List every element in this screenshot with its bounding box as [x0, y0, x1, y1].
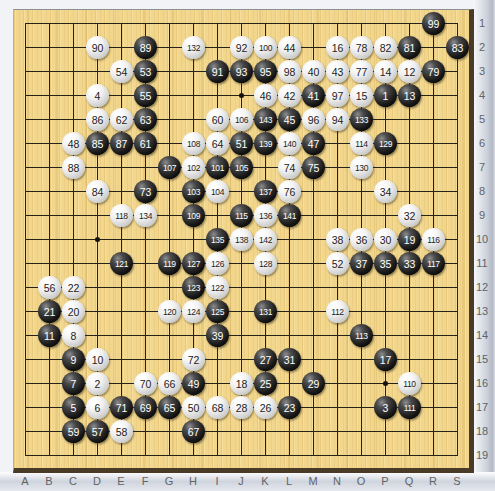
stone-white-90: 90 — [86, 36, 109, 59]
stone-white-118: 118 — [110, 204, 133, 227]
column-label-J: J — [232, 474, 250, 488]
stone-white-122: 122 — [206, 276, 229, 299]
stone-white-52: 52 — [326, 252, 349, 275]
stone-black-67: 67 — [182, 420, 205, 443]
stone-white-104: 104 — [206, 180, 229, 203]
stone-white-44: 44 — [278, 36, 301, 59]
star-point — [239, 93, 244, 98]
stone-black-127: 127 — [182, 252, 205, 275]
column-label-E: E — [112, 474, 130, 488]
stone-white-88: 88 — [62, 156, 85, 179]
stone-white-77: 77 — [350, 60, 373, 83]
stone-white-32: 32 — [398, 204, 421, 227]
row-label-15: 15 — [471, 352, 493, 366]
stone-white-116: 116 — [422, 228, 445, 251]
stone-black-49: 49 — [182, 372, 205, 395]
stone-black-95: 95 — [254, 60, 277, 83]
stone-white-36: 36 — [350, 228, 373, 251]
stone-black-85: 85 — [86, 132, 109, 155]
stone-black-21: 21 — [38, 300, 61, 323]
stone-white-142: 142 — [254, 228, 277, 251]
stone-white-54: 54 — [110, 60, 133, 83]
row-label-16: 16 — [471, 376, 493, 390]
stone-black-17: 17 — [374, 348, 397, 371]
stone-black-137: 137 — [254, 180, 277, 203]
row-label-9: 9 — [471, 208, 493, 222]
stone-black-79: 79 — [422, 60, 445, 83]
go-board: 9990891329210044167882818354539193959840… — [13, 9, 474, 473]
stone-black-51: 51 — [230, 132, 253, 155]
stone-black-141: 141 — [278, 204, 301, 227]
stone-white-64: 64 — [206, 132, 229, 155]
stone-white-26: 26 — [254, 396, 277, 419]
stone-black-71: 71 — [110, 396, 133, 419]
stone-white-4: 4 — [86, 84, 109, 107]
stone-black-37: 37 — [350, 252, 373, 275]
stone-white-34: 34 — [374, 180, 397, 203]
stone-black-93: 93 — [230, 60, 253, 83]
stone-black-9: 9 — [62, 348, 85, 371]
column-label-I: I — [208, 474, 226, 488]
stone-black-69: 69 — [134, 396, 157, 419]
stone-black-39: 39 — [206, 324, 229, 347]
stone-black-101: 101 — [206, 156, 229, 179]
stone-white-10: 10 — [86, 348, 109, 371]
row-label-3: 3 — [471, 64, 493, 78]
stone-black-31: 31 — [278, 348, 301, 371]
stone-white-62: 62 — [110, 108, 133, 131]
stone-white-28: 28 — [230, 396, 253, 419]
stone-black-111: 111 — [398, 396, 421, 419]
stone-white-120: 120 — [158, 300, 181, 323]
stone-white-6: 6 — [86, 396, 109, 419]
row-label-7: 7 — [471, 160, 493, 174]
stone-white-8: 8 — [62, 324, 85, 347]
stone-white-126: 126 — [206, 252, 229, 275]
stone-black-33: 33 — [398, 252, 421, 275]
stone-black-143: 143 — [254, 108, 277, 131]
stone-black-35: 35 — [374, 252, 397, 275]
row-label-14: 14 — [471, 328, 493, 342]
stone-white-124: 124 — [182, 300, 205, 323]
stone-white-110: 110 — [398, 372, 421, 395]
stone-black-107: 107 — [158, 156, 181, 179]
stone-black-119: 119 — [158, 252, 181, 275]
column-label-Q: Q — [400, 474, 418, 488]
column-label-A: A — [16, 474, 34, 488]
stone-white-20: 20 — [62, 300, 85, 323]
stone-black-121: 121 — [110, 252, 133, 275]
stone-black-27: 27 — [254, 348, 277, 371]
stone-white-136: 136 — [254, 204, 277, 227]
row-label-8: 8 — [471, 184, 493, 198]
star-point — [95, 237, 100, 242]
stone-white-22: 22 — [62, 276, 85, 299]
stone-black-87: 87 — [110, 132, 133, 155]
stone-white-48: 48 — [62, 132, 85, 155]
stone-white-72: 72 — [182, 348, 205, 371]
stone-white-100: 100 — [254, 36, 277, 59]
stone-black-29: 29 — [302, 372, 325, 395]
row-label-6: 6 — [471, 136, 493, 150]
stone-black-131: 131 — [254, 300, 277, 323]
stone-white-60: 60 — [206, 108, 229, 131]
stone-black-1: 1 — [374, 84, 397, 107]
stone-white-84: 84 — [86, 180, 109, 203]
stone-black-65: 65 — [158, 396, 181, 419]
stone-black-135: 135 — [206, 228, 229, 251]
stone-white-38: 38 — [326, 228, 349, 251]
row-label-1: 1 — [471, 16, 493, 30]
stone-black-125: 125 — [206, 300, 229, 323]
row-label-12: 12 — [471, 280, 493, 294]
stone-black-99: 99 — [422, 12, 445, 35]
row-label-18: 18 — [471, 424, 493, 438]
column-label-O: O — [352, 474, 370, 488]
stone-black-45: 45 — [278, 108, 301, 131]
column-label-D: D — [88, 474, 106, 488]
stone-white-15: 15 — [350, 84, 373, 107]
stone-white-66: 66 — [158, 372, 181, 395]
stone-black-47: 47 — [302, 132, 325, 155]
stone-white-70: 70 — [134, 372, 157, 395]
stone-white-16: 16 — [326, 36, 349, 59]
stone-white-18: 18 — [230, 372, 253, 395]
stone-white-76: 76 — [278, 180, 301, 203]
stone-black-25: 25 — [254, 372, 277, 395]
stone-white-134: 134 — [134, 204, 157, 227]
column-label-G: G — [160, 474, 178, 488]
stone-black-75: 75 — [302, 156, 325, 179]
stone-white-138: 138 — [230, 228, 253, 251]
stone-black-105: 105 — [230, 156, 253, 179]
stone-white-46: 46 — [254, 84, 277, 107]
row-label-2: 2 — [471, 40, 493, 54]
stone-black-81: 81 — [398, 36, 421, 59]
stone-black-113: 113 — [350, 324, 373, 347]
column-label-P: P — [376, 474, 394, 488]
stone-black-61: 61 — [134, 132, 157, 155]
stone-white-97: 97 — [326, 84, 349, 107]
stone-white-94: 94 — [326, 108, 349, 131]
stone-black-41: 41 — [302, 84, 325, 107]
stone-black-89: 89 — [134, 36, 157, 59]
stone-black-55: 55 — [134, 84, 157, 107]
stone-white-43: 43 — [326, 60, 349, 83]
stone-white-132: 132 — [182, 36, 205, 59]
stone-white-50: 50 — [182, 396, 205, 419]
row-label-13: 13 — [471, 304, 493, 318]
stone-white-56: 56 — [38, 276, 61, 299]
stone-black-23: 23 — [278, 396, 301, 419]
stone-white-102: 102 — [182, 156, 205, 179]
column-label-S: S — [448, 474, 466, 488]
column-label-R: R — [424, 474, 442, 488]
row-label-5: 5 — [471, 112, 493, 126]
stone-black-123: 123 — [182, 276, 205, 299]
column-label-C: C — [64, 474, 82, 488]
stone-white-92: 92 — [230, 36, 253, 59]
stone-black-133: 133 — [350, 108, 373, 131]
stone-white-106: 106 — [230, 108, 253, 131]
stone-black-109: 109 — [182, 204, 205, 227]
stone-black-7: 7 — [62, 372, 85, 395]
stone-white-30: 30 — [374, 228, 397, 251]
stone-white-108: 108 — [182, 132, 205, 155]
stone-black-115: 115 — [230, 204, 253, 227]
stone-white-74: 74 — [278, 156, 301, 179]
stone-black-53: 53 — [134, 60, 157, 83]
stone-black-13: 13 — [398, 84, 421, 107]
column-label-H: H — [184, 474, 202, 488]
stone-white-112: 112 — [326, 300, 349, 323]
stone-black-91: 91 — [206, 60, 229, 83]
stone-white-98: 98 — [278, 60, 301, 83]
stone-white-40: 40 — [302, 60, 325, 83]
stone-white-96: 96 — [302, 108, 325, 131]
column-label-L: L — [280, 474, 298, 488]
stone-black-83: 83 — [446, 36, 469, 59]
stone-white-86: 86 — [86, 108, 109, 131]
stone-black-63: 63 — [134, 108, 157, 131]
stone-black-11: 11 — [38, 324, 61, 347]
star-point — [383, 381, 388, 386]
stone-white-2: 2 — [86, 372, 109, 395]
stone-black-129: 129 — [374, 132, 397, 155]
stone-black-57: 57 — [86, 420, 109, 443]
stone-white-68: 68 — [206, 396, 229, 419]
stone-black-5: 5 — [62, 396, 85, 419]
stone-white-82: 82 — [374, 36, 397, 59]
column-label-K: K — [256, 474, 274, 488]
stone-white-78: 78 — [350, 36, 373, 59]
stone-black-103: 103 — [182, 180, 205, 203]
column-label-N: N — [328, 474, 346, 488]
row-label-4: 4 — [471, 88, 493, 102]
stone-white-12: 12 — [398, 60, 421, 83]
stone-black-73: 73 — [134, 180, 157, 203]
stone-black-19: 19 — [398, 228, 421, 251]
stone-white-130: 130 — [350, 156, 373, 179]
row-label-19: 19 — [471, 448, 493, 462]
stone-white-42: 42 — [278, 84, 301, 107]
stone-white-114: 114 — [350, 132, 373, 155]
stone-white-140: 140 — [278, 132, 301, 155]
stone-black-117: 117 — [422, 252, 445, 275]
stone-black-59: 59 — [62, 420, 85, 443]
column-label-B: B — [40, 474, 58, 488]
stone-white-14: 14 — [374, 60, 397, 83]
row-label-11: 11 — [471, 256, 493, 270]
stone-black-3: 3 — [374, 396, 397, 419]
stone-white-58: 58 — [110, 420, 133, 443]
board-grid[interactable]: 9990891329210044167882818354539193959840… — [25, 23, 458, 456]
stone-white-128: 128 — [254, 252, 277, 275]
page: 9990891329210044167882818354539193959840… — [0, 0, 495, 491]
column-label-M: M — [304, 474, 322, 488]
stone-black-139: 139 — [254, 132, 277, 155]
column-label-F: F — [136, 474, 154, 488]
row-label-17: 17 — [471, 400, 493, 414]
row-label-10: 10 — [471, 232, 493, 246]
